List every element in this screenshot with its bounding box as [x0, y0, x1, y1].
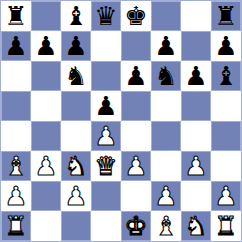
square-e6[interactable]: ♟ — [121, 61, 151, 91]
square-h7[interactable]: ♟ — [211, 31, 241, 61]
piece-white-bishop[interactable]: ♝ — [154, 211, 177, 241]
square-d8[interactable]: ♛ — [91, 1, 121, 31]
piece-white-rook[interactable]: ♜ — [4, 211, 27, 241]
square-c8[interactable]: ♝ — [61, 1, 91, 31]
piece-black-pawn[interactable]: ♟ — [184, 61, 207, 91]
square-d7[interactable] — [91, 31, 121, 61]
square-g4[interactable] — [181, 121, 211, 151]
square-h6[interactable]: ♝ — [211, 61, 241, 91]
piece-black-king[interactable]: ♚ — [124, 1, 147, 31]
piece-black-pawn[interactable]: ♟ — [124, 61, 147, 91]
piece-black-pawn[interactable]: ♟ — [214, 31, 237, 61]
piece-black-rook[interactable]: ♜ — [214, 1, 237, 31]
piece-white-rook[interactable]: ♜ — [214, 211, 237, 241]
square-a4[interactable] — [1, 121, 31, 151]
square-c7[interactable]: ♟ — [61, 31, 91, 61]
piece-black-knight[interactable]: ♞ — [64, 61, 87, 91]
square-e8[interactable]: ♚ — [121, 1, 151, 31]
square-d1[interactable] — [91, 211, 121, 241]
piece-white-bishop[interactable]: ♝ — [4, 151, 27, 181]
square-h5[interactable] — [211, 91, 241, 121]
square-c2[interactable]: ♟ — [61, 181, 91, 211]
piece-white-pawn[interactable]: ♟ — [64, 181, 87, 211]
square-c5[interactable] — [61, 91, 91, 121]
square-e7[interactable] — [121, 31, 151, 61]
square-f3[interactable] — [151, 151, 181, 181]
square-h8[interactable]: ♜ — [211, 1, 241, 31]
square-g8[interactable] — [181, 1, 211, 31]
square-f2[interactable]: ♟ — [151, 181, 181, 211]
square-d2[interactable] — [91, 181, 121, 211]
square-b6[interactable] — [31, 61, 61, 91]
piece-white-king[interactable]: ♚ — [124, 211, 147, 241]
square-f8[interactable] — [151, 1, 181, 31]
square-b2[interactable] — [31, 181, 61, 211]
square-h1[interactable]: ♜ — [211, 211, 241, 241]
square-e5[interactable] — [121, 91, 151, 121]
piece-black-knight[interactable]: ♞ — [154, 61, 177, 91]
square-b5[interactable] — [31, 91, 61, 121]
piece-black-pawn[interactable]: ♟ — [34, 31, 57, 61]
square-e3[interactable]: ♟ — [121, 151, 151, 181]
square-f5[interactable] — [151, 91, 181, 121]
square-b7[interactable]: ♟ — [31, 31, 61, 61]
piece-black-pawn[interactable]: ♟ — [154, 31, 177, 61]
square-f1[interactable]: ♝ — [151, 211, 181, 241]
square-a3[interactable]: ♝ — [1, 151, 31, 181]
square-d4[interactable]: ♟ — [91, 121, 121, 151]
piece-white-pawn[interactable]: ♟ — [124, 151, 147, 181]
square-e1[interactable]: ♚ — [121, 211, 151, 241]
square-c3[interactable]: ♞ — [61, 151, 91, 181]
square-d6[interactable] — [91, 61, 121, 91]
chess-board-container: ♜♝♛♚♜♟♟♟♟♟♞♟♞♟♝♟♟♝♟♞♛♟♟♟♟♟♟♜♚♝♞♜ — [0, 0, 242, 242]
square-g2[interactable] — [181, 181, 211, 211]
chess-board: ♜♝♛♚♜♟♟♟♟♟♞♟♞♟♝♟♟♝♟♞♛♟♟♟♟♟♟♜♚♝♞♜ — [0, 0, 242, 242]
square-g3[interactable]: ♟ — [181, 151, 211, 181]
square-g1[interactable]: ♞ — [181, 211, 211, 241]
square-a6[interactable] — [1, 61, 31, 91]
square-f4[interactable] — [151, 121, 181, 151]
square-f6[interactable]: ♞ — [151, 61, 181, 91]
square-c4[interactable] — [61, 121, 91, 151]
piece-white-knight[interactable]: ♞ — [184, 211, 207, 241]
square-g6[interactable]: ♟ — [181, 61, 211, 91]
square-a7[interactable]: ♟ — [1, 31, 31, 61]
piece-black-pawn[interactable]: ♟ — [64, 31, 87, 61]
square-c1[interactable] — [61, 211, 91, 241]
piece-black-bishop[interactable]: ♝ — [214, 61, 237, 91]
piece-white-pawn[interactable]: ♟ — [214, 181, 237, 211]
square-b4[interactable] — [31, 121, 61, 151]
square-g5[interactable] — [181, 91, 211, 121]
square-a8[interactable]: ♜ — [1, 1, 31, 31]
piece-black-queen[interactable]: ♛ — [94, 1, 117, 31]
piece-black-rook[interactable]: ♜ — [4, 1, 27, 31]
piece-white-knight[interactable]: ♞ — [64, 151, 87, 181]
piece-black-pawn[interactable]: ♟ — [4, 31, 27, 61]
square-d5[interactable]: ♟ — [91, 91, 121, 121]
piece-white-pawn[interactable]: ♟ — [34, 151, 57, 181]
square-c6[interactable]: ♞ — [61, 61, 91, 91]
square-f7[interactable]: ♟ — [151, 31, 181, 61]
square-a2[interactable]: ♟ — [1, 181, 31, 211]
square-a1[interactable]: ♜ — [1, 211, 31, 241]
square-d3[interactable]: ♛ — [91, 151, 121, 181]
piece-white-pawn[interactable]: ♟ — [154, 181, 177, 211]
square-h3[interactable] — [211, 151, 241, 181]
square-h2[interactable]: ♟ — [211, 181, 241, 211]
piece-white-pawn[interactable]: ♟ — [94, 121, 117, 151]
square-e2[interactable] — [121, 181, 151, 211]
piece-white-queen[interactable]: ♛ — [94, 151, 117, 181]
piece-white-pawn[interactable]: ♟ — [184, 151, 207, 181]
square-b1[interactable] — [31, 211, 61, 241]
piece-white-pawn[interactable]: ♟ — [4, 181, 27, 211]
square-e4[interactable] — [121, 121, 151, 151]
square-b3[interactable]: ♟ — [31, 151, 61, 181]
square-b8[interactable] — [31, 1, 61, 31]
square-a5[interactable] — [1, 91, 31, 121]
square-g7[interactable] — [181, 31, 211, 61]
piece-black-bishop[interactable]: ♝ — [64, 1, 87, 31]
square-h4[interactable] — [211, 121, 241, 151]
piece-black-pawn[interactable]: ♟ — [94, 91, 117, 121]
